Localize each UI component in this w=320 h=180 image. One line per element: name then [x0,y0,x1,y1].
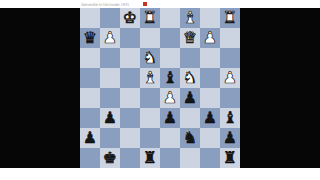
caption-text: Generate in hd mode: HH1 [81,2,129,7]
black-pawn: ♟ [203,108,217,128]
white-pawn: ♟ [103,28,117,48]
square-b1[interactable]: ♚ [100,148,120,168]
bottom-margin [0,168,320,180]
red-badge-icon [143,2,147,6]
square-g7[interactable]: ♟ [200,28,220,48]
square-a8[interactable] [80,8,100,28]
square-c6[interactable] [120,48,140,68]
square-a1[interactable] [80,148,100,168]
square-f8[interactable]: ♝ [180,8,200,28]
black-pawn: ♟ [83,128,97,148]
white-pawn: ♟ [163,88,177,108]
white-rook: ♜ [223,8,237,28]
chess-board: ♚♜♝♜♛♟♛♟♞♝♝♞♟♟♟♟♟♟♝♟♞♟♚♜♜ [80,8,240,168]
black-knight: ♞ [183,128,197,148]
square-e1[interactable] [160,148,180,168]
square-h5[interactable]: ♟ [220,68,240,88]
square-e3[interactable]: ♟ [160,108,180,128]
square-e8[interactable] [160,8,180,28]
square-f6[interactable] [180,48,200,68]
white-rook: ♜ [143,8,157,28]
square-h4[interactable] [220,88,240,108]
square-e6[interactable] [160,48,180,68]
screenshot-frame: Generate in hd mode: HH1 ♚♜♝♜♛♟♛♟♞♝♝♞♟♟♟… [0,0,320,180]
caption: Generate in hd mode: HH1 [81,1,147,7]
square-f4[interactable]: ♟ [180,88,200,108]
black-rook: ♜ [143,148,157,168]
square-b3[interactable]: ♟ [100,108,120,128]
square-g2[interactable] [200,128,220,148]
square-g3[interactable]: ♟ [200,108,220,128]
square-c2[interactable] [120,128,140,148]
square-a7[interactable]: ♛ [80,28,100,48]
square-c7[interactable] [120,28,140,48]
white-queen: ♛ [183,28,197,48]
square-g4[interactable] [200,88,220,108]
square-a6[interactable] [80,48,100,68]
square-d7[interactable] [140,28,160,48]
black-pawn: ♟ [103,108,117,128]
square-d8[interactable]: ♜ [140,8,160,28]
square-h7[interactable] [220,28,240,48]
white-bishop: ♝ [183,8,197,28]
square-g6[interactable] [200,48,220,68]
square-f3[interactable] [180,108,200,128]
square-f7[interactable]: ♛ [180,28,200,48]
square-e5[interactable]: ♝ [160,68,180,88]
square-c4[interactable] [120,88,140,108]
black-bishop: ♝ [163,68,177,88]
square-f2[interactable]: ♞ [180,128,200,148]
square-d1[interactable]: ♜ [140,148,160,168]
black-bishop: ♝ [223,108,237,128]
black-pawn: ♟ [163,108,177,128]
square-h3[interactable]: ♝ [220,108,240,128]
square-a2[interactable]: ♟ [80,128,100,148]
white-knight: ♞ [143,48,157,68]
white-king: ♚ [123,8,137,28]
square-c1[interactable] [120,148,140,168]
white-pawn: ♟ [203,28,217,48]
black-pawn: ♟ [183,88,197,108]
square-e7[interactable] [160,28,180,48]
square-a3[interactable] [80,108,100,128]
square-e4[interactable]: ♟ [160,88,180,108]
letterbox-right [240,8,320,168]
white-pawn: ♟ [223,68,237,88]
top-margin [0,0,320,8]
square-d5[interactable]: ♝ [140,68,160,88]
white-knight: ♞ [183,68,197,88]
square-h2[interactable]: ♟ [220,128,240,148]
square-b7[interactable]: ♟ [100,28,120,48]
square-c8[interactable]: ♚ [120,8,140,28]
square-c5[interactable] [120,68,140,88]
square-g1[interactable] [200,148,220,168]
square-d3[interactable] [140,108,160,128]
square-g5[interactable] [200,68,220,88]
black-rook: ♜ [223,148,237,168]
square-b4[interactable] [100,88,120,108]
square-h6[interactable] [220,48,240,68]
square-c3[interactable] [120,108,140,128]
square-d6[interactable]: ♞ [140,48,160,68]
square-h8[interactable]: ♜ [220,8,240,28]
square-b5[interactable] [100,68,120,88]
square-f5[interactable]: ♞ [180,68,200,88]
square-h1[interactable]: ♜ [220,148,240,168]
square-a4[interactable] [80,88,100,108]
square-b8[interactable] [100,8,120,28]
square-g8[interactable] [200,8,220,28]
square-d4[interactable] [140,88,160,108]
black-king: ♚ [103,148,117,168]
square-b6[interactable] [100,48,120,68]
square-b2[interactable] [100,128,120,148]
black-queen: ♛ [83,28,97,48]
square-e2[interactable] [160,128,180,148]
black-pawn: ♟ [223,128,237,148]
square-a5[interactable] [80,68,100,88]
white-bishop: ♝ [143,68,157,88]
square-d2[interactable] [140,128,160,148]
square-f1[interactable] [180,148,200,168]
letterbox-left [0,8,80,168]
